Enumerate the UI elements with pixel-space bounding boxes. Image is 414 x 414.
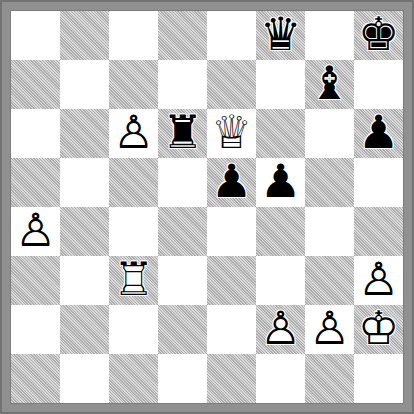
black-king-icon: ♚ bbox=[354, 11, 403, 60]
square-e3[interactable] bbox=[207, 256, 256, 305]
square-h8[interactable]: ♚ bbox=[354, 11, 403, 60]
square-f2[interactable]: ♟♙ bbox=[256, 305, 305, 354]
square-h7[interactable] bbox=[354, 60, 403, 109]
square-d8[interactable] bbox=[158, 11, 207, 60]
square-b2[interactable] bbox=[60, 305, 109, 354]
square-f3[interactable] bbox=[256, 256, 305, 305]
square-g4[interactable] bbox=[305, 207, 354, 256]
white-pawn-icon: ♟♙ bbox=[256, 305, 305, 354]
square-a4[interactable]: ♟♙ bbox=[11, 207, 60, 256]
square-h1[interactable] bbox=[354, 354, 403, 403]
piece-glyph: ♔ bbox=[354, 305, 403, 352]
piece-glyph: ♟ bbox=[354, 109, 403, 156]
square-g1[interactable] bbox=[305, 354, 354, 403]
white-pawn-icon: ♟♙ bbox=[11, 207, 60, 256]
square-b6[interactable] bbox=[60, 109, 109, 158]
square-d5[interactable] bbox=[158, 158, 207, 207]
black-queen-icon: ♛ bbox=[256, 11, 305, 60]
square-f6[interactable] bbox=[256, 109, 305, 158]
square-h4[interactable] bbox=[354, 207, 403, 256]
square-b1[interactable] bbox=[60, 354, 109, 403]
square-f1[interactable] bbox=[256, 354, 305, 403]
square-b5[interactable] bbox=[60, 158, 109, 207]
square-f7[interactable] bbox=[256, 60, 305, 109]
square-b3[interactable] bbox=[60, 256, 109, 305]
black-rook-icon: ♜ bbox=[158, 109, 207, 158]
square-c4[interactable] bbox=[109, 207, 158, 256]
square-d6[interactable]: ♜ bbox=[158, 109, 207, 158]
piece-glyph: ♟ bbox=[256, 158, 305, 205]
square-g7[interactable]: ♝ bbox=[305, 60, 354, 109]
square-d4[interactable] bbox=[158, 207, 207, 256]
square-g8[interactable] bbox=[305, 11, 354, 60]
black-pawn-icon: ♟ bbox=[256, 158, 305, 207]
square-f8[interactable]: ♛ bbox=[256, 11, 305, 60]
square-c7[interactable] bbox=[109, 60, 158, 109]
square-g6[interactable] bbox=[305, 109, 354, 158]
square-c8[interactable] bbox=[109, 11, 158, 60]
white-queen-icon: ♛♕ bbox=[207, 109, 256, 158]
square-f5[interactable]: ♟ bbox=[256, 158, 305, 207]
piece-glyph: ♜ bbox=[158, 109, 207, 156]
piece-glyph: ♟ bbox=[207, 158, 256, 205]
square-d2[interactable] bbox=[158, 305, 207, 354]
square-h3[interactable]: ♟♙ bbox=[354, 256, 403, 305]
square-b7[interactable] bbox=[60, 60, 109, 109]
piece-glyph: ♙ bbox=[11, 207, 60, 254]
square-c1[interactable] bbox=[109, 354, 158, 403]
square-h2[interactable]: ♚♔ bbox=[354, 305, 403, 354]
chess-board: ♛♚♝♟♙♜♛♕♟♟♟♟♙♜♖♟♙♟♙♟♙♚♔ bbox=[11, 11, 403, 403]
square-e7[interactable] bbox=[207, 60, 256, 109]
square-e4[interactable] bbox=[207, 207, 256, 256]
square-a1[interactable] bbox=[11, 354, 60, 403]
black-pawn-icon: ♟ bbox=[354, 109, 403, 158]
white-king-icon: ♚♔ bbox=[354, 305, 403, 354]
piece-glyph: ♕ bbox=[207, 109, 256, 156]
piece-glyph: ♝ bbox=[305, 60, 354, 107]
piece-glyph: ♙ bbox=[256, 305, 305, 352]
square-e6[interactable]: ♛♕ bbox=[207, 109, 256, 158]
square-e1[interactable] bbox=[207, 354, 256, 403]
square-e5[interactable]: ♟ bbox=[207, 158, 256, 207]
white-pawn-icon: ♟♙ bbox=[305, 305, 354, 354]
black-bishop-icon: ♝ bbox=[305, 60, 354, 109]
square-d1[interactable] bbox=[158, 354, 207, 403]
square-f4[interactable] bbox=[256, 207, 305, 256]
square-d3[interactable] bbox=[158, 256, 207, 305]
white-pawn-icon: ♟♙ bbox=[354, 256, 403, 305]
piece-glyph: ♙ bbox=[109, 109, 158, 156]
square-c3[interactable]: ♜♖ bbox=[109, 256, 158, 305]
piece-glyph: ♚ bbox=[354, 11, 403, 58]
square-g2[interactable]: ♟♙ bbox=[305, 305, 354, 354]
white-rook-icon: ♜♖ bbox=[109, 256, 158, 305]
square-c2[interactable] bbox=[109, 305, 158, 354]
square-a5[interactable] bbox=[11, 158, 60, 207]
square-h6[interactable]: ♟ bbox=[354, 109, 403, 158]
square-g5[interactable] bbox=[305, 158, 354, 207]
white-pawn-icon: ♟♙ bbox=[109, 109, 158, 158]
square-a6[interactable] bbox=[11, 109, 60, 158]
board-frame: ♛♚♝♟♙♜♛♕♟♟♟♟♙♜♖♟♙♟♙♟♙♚♔ bbox=[0, 0, 414, 414]
square-c5[interactable] bbox=[109, 158, 158, 207]
piece-glyph: ♙ bbox=[305, 305, 354, 352]
square-e2[interactable] bbox=[207, 305, 256, 354]
square-a2[interactable] bbox=[11, 305, 60, 354]
square-c6[interactable]: ♟♙ bbox=[109, 109, 158, 158]
piece-glyph: ♖ bbox=[109, 256, 158, 303]
square-a8[interactable] bbox=[11, 11, 60, 60]
square-a3[interactable] bbox=[11, 256, 60, 305]
piece-glyph: ♙ bbox=[354, 256, 403, 303]
square-h5[interactable] bbox=[354, 158, 403, 207]
square-a7[interactable] bbox=[11, 60, 60, 109]
square-g3[interactable] bbox=[305, 256, 354, 305]
black-pawn-icon: ♟ bbox=[207, 158, 256, 207]
square-d7[interactable] bbox=[158, 60, 207, 109]
square-e8[interactable] bbox=[207, 11, 256, 60]
square-b4[interactable] bbox=[60, 207, 109, 256]
piece-glyph: ♛ bbox=[256, 11, 305, 58]
square-b8[interactable] bbox=[60, 11, 109, 60]
